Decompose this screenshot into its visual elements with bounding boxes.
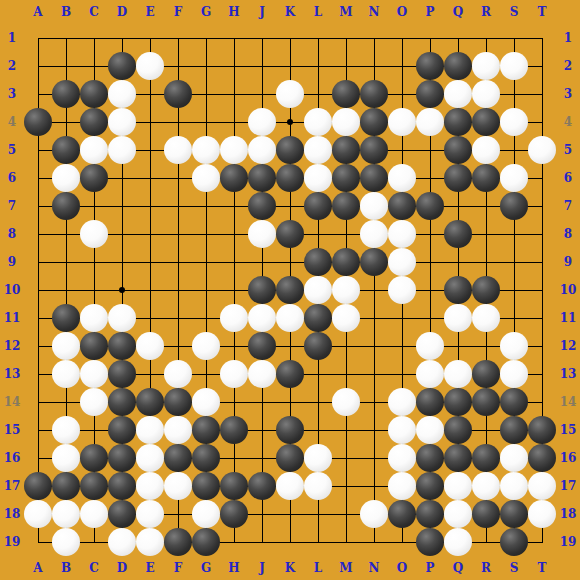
white-stone-M11[interactable] [332, 304, 360, 332]
black-stone-B17[interactable] [52, 472, 80, 500]
black-stone-B11[interactable] [52, 304, 80, 332]
white-stone-O10[interactable] [388, 276, 416, 304]
row-label-right: 12 [560, 340, 577, 352]
row-label-left: 6 [8, 172, 16, 184]
column-label-bottom: R [481, 562, 491, 574]
black-stone-N6[interactable] [360, 164, 388, 192]
column-label-bottom: P [425, 562, 434, 574]
black-stone-P2[interactable] [416, 52, 444, 80]
white-stone-S17[interactable] [500, 472, 528, 500]
row-label-right: 2 [564, 60, 572, 72]
white-stone-G6[interactable] [192, 164, 220, 192]
black-stone-T16[interactable] [528, 444, 556, 472]
column-label-bottom: A [33, 562, 42, 574]
column-label-top: F [174, 6, 183, 18]
row-label-left: 10 [4, 284, 21, 296]
white-stone-J13[interactable] [248, 360, 276, 388]
black-stone-G19[interactable] [192, 528, 220, 556]
white-stone-L6[interactable] [304, 164, 332, 192]
white-stone-E12[interactable] [136, 332, 164, 360]
column-label-top: A [33, 6, 42, 18]
white-stone-O8[interactable] [388, 220, 416, 248]
white-stone-O6[interactable] [388, 164, 416, 192]
black-stone-B5[interactable] [52, 136, 80, 164]
column-label-bottom: J [259, 562, 265, 574]
white-stone-S4[interactable] [500, 108, 528, 136]
black-stone-H18[interactable] [220, 500, 248, 528]
column-label-top: O [397, 6, 407, 18]
black-stone-G16[interactable] [192, 444, 220, 472]
white-stone-M10[interactable] [332, 276, 360, 304]
column-label-top: G [201, 6, 211, 18]
column-label-top: L [314, 6, 322, 18]
white-stone-O17[interactable] [388, 472, 416, 500]
white-stone-C5[interactable] [80, 136, 108, 164]
white-stone-S12[interactable] [500, 332, 528, 360]
white-stone-C14[interactable] [80, 388, 108, 416]
white-stone-C8[interactable] [80, 220, 108, 248]
column-label-bottom: T [538, 562, 547, 574]
row-label-left: 1 [8, 32, 16, 44]
black-stone-G15[interactable] [192, 416, 220, 444]
black-stone-J17[interactable] [248, 472, 276, 500]
white-stone-J5[interactable] [248, 136, 276, 164]
black-stone-G17[interactable] [192, 472, 220, 500]
white-stone-E17[interactable] [136, 472, 164, 500]
white-stone-O9[interactable] [388, 248, 416, 276]
white-stone-G12[interactable] [192, 332, 220, 360]
black-stone-N9[interactable] [360, 248, 388, 276]
white-stone-L16[interactable] [304, 444, 332, 472]
row-label-left: 7 [8, 200, 16, 212]
black-stone-C17[interactable] [80, 472, 108, 500]
black-stone-Q16[interactable] [444, 444, 472, 472]
black-stone-C4[interactable] [80, 108, 108, 136]
black-stone-O18[interactable] [388, 500, 416, 528]
black-stone-P16[interactable] [416, 444, 444, 472]
black-stone-M7[interactable] [332, 192, 360, 220]
black-stone-D14[interactable] [108, 388, 136, 416]
black-stone-F3[interactable] [164, 80, 192, 108]
white-stone-H11[interactable] [220, 304, 248, 332]
row-label-right: 4 [564, 116, 572, 128]
black-stone-K10[interactable] [276, 276, 304, 304]
white-stone-Q3[interactable] [444, 80, 472, 108]
black-stone-Q2[interactable] [444, 52, 472, 80]
black-stone-H17[interactable] [220, 472, 248, 500]
black-stone-C6[interactable] [80, 164, 108, 192]
row-label-left: 18 [4, 508, 21, 520]
black-stone-J6[interactable] [248, 164, 276, 192]
white-stone-A18[interactable] [24, 500, 52, 528]
column-label-bottom: O [397, 562, 407, 574]
black-stone-R6[interactable] [472, 164, 500, 192]
black-stone-B7[interactable] [52, 192, 80, 220]
black-stone-F14[interactable] [164, 388, 192, 416]
white-stone-K11[interactable] [276, 304, 304, 332]
row-label-right: 13 [560, 368, 577, 380]
black-stone-P7[interactable] [416, 192, 444, 220]
white-stone-M14[interactable] [332, 388, 360, 416]
black-stone-D15[interactable] [108, 416, 136, 444]
white-stone-Q13[interactable] [444, 360, 472, 388]
black-stone-J7[interactable] [248, 192, 276, 220]
column-label-bottom: L [314, 562, 322, 574]
black-stone-R14[interactable] [472, 388, 500, 416]
black-stone-D17[interactable] [108, 472, 136, 500]
black-stone-L12[interactable] [304, 332, 332, 360]
white-stone-K3[interactable] [276, 80, 304, 108]
white-stone-L5[interactable] [304, 136, 332, 164]
white-stone-T5[interactable] [528, 136, 556, 164]
white-stone-S13[interactable] [500, 360, 528, 388]
row-label-left: 8 [8, 228, 16, 240]
white-stone-Q19[interactable] [444, 528, 472, 556]
white-stone-E19[interactable] [136, 528, 164, 556]
column-label-bottom: S [510, 562, 519, 574]
black-stone-N5[interactable] [360, 136, 388, 164]
white-stone-R3[interactable] [472, 80, 500, 108]
row-label-right: 9 [564, 256, 572, 268]
white-stone-B6[interactable] [52, 164, 80, 192]
column-label-bottom: Q [453, 562, 463, 574]
black-stone-A4[interactable] [24, 108, 52, 136]
black-stone-C16[interactable] [80, 444, 108, 472]
white-stone-H5[interactable] [220, 136, 248, 164]
white-stone-J8[interactable] [248, 220, 276, 248]
black-stone-Q15[interactable] [444, 416, 472, 444]
column-label-bottom: D [117, 562, 127, 574]
star-point [287, 119, 293, 125]
column-label-top: H [228, 6, 239, 18]
column-label-bottom: F [174, 562, 183, 574]
white-stone-P15[interactable] [416, 416, 444, 444]
black-stone-Q8[interactable] [444, 220, 472, 248]
white-stone-J11[interactable] [248, 304, 276, 332]
column-label-top: J [259, 6, 265, 18]
white-stone-N7[interactable] [360, 192, 388, 220]
black-stone-P14[interactable] [416, 388, 444, 416]
black-stone-L7[interactable] [304, 192, 332, 220]
black-stone-M5[interactable] [332, 136, 360, 164]
black-stone-H6[interactable] [220, 164, 248, 192]
black-stone-Q10[interactable] [444, 276, 472, 304]
column-label-top: S [510, 6, 519, 18]
black-stone-C12[interactable] [80, 332, 108, 360]
white-stone-G18[interactable] [192, 500, 220, 528]
white-stone-P4[interactable] [416, 108, 444, 136]
black-stone-S7[interactable] [500, 192, 528, 220]
black-stone-K16[interactable] [276, 444, 304, 472]
row-label-right: 10 [560, 284, 577, 296]
column-label-bottom: H [228, 562, 239, 574]
white-stone-C11[interactable] [80, 304, 108, 332]
column-label-top: P [425, 6, 434, 18]
row-label-left: 12 [4, 340, 21, 352]
row-label-left: 5 [8, 144, 16, 156]
white-stone-L17[interactable] [304, 472, 332, 500]
white-stone-R11[interactable] [472, 304, 500, 332]
white-stone-D4[interactable] [108, 108, 136, 136]
white-stone-E18[interactable] [136, 500, 164, 528]
black-stone-R18[interactable] [472, 500, 500, 528]
row-label-right: 8 [564, 228, 572, 240]
white-stone-Q11[interactable] [444, 304, 472, 332]
column-label-top: M [339, 6, 352, 18]
white-stone-G14[interactable] [192, 388, 220, 416]
black-stone-R4[interactable] [472, 108, 500, 136]
column-label-top: E [145, 6, 154, 18]
star-point [119, 287, 125, 293]
black-stone-C3[interactable] [80, 80, 108, 108]
black-stone-D12[interactable] [108, 332, 136, 360]
white-stone-M4[interactable] [332, 108, 360, 136]
white-stone-S16[interactable] [500, 444, 528, 472]
white-stone-P12[interactable] [416, 332, 444, 360]
column-label-top: C [89, 6, 99, 18]
row-label-left: 14 [4, 396, 21, 408]
white-stone-N8[interactable] [360, 220, 388, 248]
black-stone-Q6[interactable] [444, 164, 472, 192]
black-stone-K6[interactable] [276, 164, 304, 192]
black-stone-S19[interactable] [500, 528, 528, 556]
white-stone-B13[interactable] [52, 360, 80, 388]
black-stone-M6[interactable] [332, 164, 360, 192]
row-label-right: 19 [560, 536, 577, 548]
white-stone-J4[interactable] [248, 108, 276, 136]
row-label-right: 7 [564, 200, 572, 212]
white-stone-L4[interactable] [304, 108, 332, 136]
black-stone-S18[interactable] [500, 500, 528, 528]
column-label-top: T [538, 6, 547, 18]
row-label-left: 4 [8, 116, 16, 128]
row-label-right: 6 [564, 172, 572, 184]
black-stone-S15[interactable] [500, 416, 528, 444]
white-stone-F13[interactable] [164, 360, 192, 388]
white-stone-B18[interactable] [52, 500, 80, 528]
black-stone-R13[interactable] [472, 360, 500, 388]
row-label-left: 16 [4, 452, 21, 464]
column-label-bottom: E [145, 562, 154, 574]
white-stone-S6[interactable] [500, 164, 528, 192]
row-label-right: 1 [564, 32, 572, 44]
column-label-bottom: M [339, 562, 352, 574]
row-label-left: 9 [8, 256, 16, 268]
white-stone-C18[interactable] [80, 500, 108, 528]
white-stone-O4[interactable] [388, 108, 416, 136]
black-stone-O7[interactable] [388, 192, 416, 220]
go-board[interactable]: AABBCCDDEEFFGGHHJJKKLLMMNNOOPPQQRRSSTT11… [0, 0, 580, 580]
white-stone-T17[interactable] [528, 472, 556, 500]
row-label-left: 2 [8, 60, 16, 72]
black-stone-Q4[interactable] [444, 108, 472, 136]
white-stone-R17[interactable] [472, 472, 500, 500]
black-stone-K8[interactable] [276, 220, 304, 248]
black-stone-A17[interactable] [24, 472, 52, 500]
black-stone-J10[interactable] [248, 276, 276, 304]
black-stone-P17[interactable] [416, 472, 444, 500]
black-stone-K5[interactable] [276, 136, 304, 164]
black-stone-D18[interactable] [108, 500, 136, 528]
white-stone-B15[interactable] [52, 416, 80, 444]
column-label-bottom: B [61, 562, 71, 574]
row-label-left: 13 [4, 368, 21, 380]
white-stone-L10[interactable] [304, 276, 332, 304]
white-stone-O16[interactable] [388, 444, 416, 472]
black-stone-K13[interactable] [276, 360, 304, 388]
row-label-right: 16 [560, 452, 577, 464]
white-stone-P13[interactable] [416, 360, 444, 388]
white-stone-R5[interactable] [472, 136, 500, 164]
row-label-left: 11 [4, 312, 21, 324]
white-stone-E16[interactable] [136, 444, 164, 472]
black-stone-B3[interactable] [52, 80, 80, 108]
white-stone-B19[interactable] [52, 528, 80, 556]
white-stone-G5[interactable] [192, 136, 220, 164]
black-stone-J12[interactable] [248, 332, 276, 360]
white-stone-Q18[interactable] [444, 500, 472, 528]
row-label-left: 17 [4, 480, 21, 492]
black-stone-D2[interactable] [108, 52, 136, 80]
row-label-right: 18 [560, 508, 577, 520]
white-stone-F15[interactable] [164, 416, 192, 444]
row-label-right: 5 [564, 144, 572, 156]
black-stone-L9[interactable] [304, 248, 332, 276]
black-stone-F16[interactable] [164, 444, 192, 472]
white-stone-F17[interactable] [164, 472, 192, 500]
column-label-bottom: G [201, 562, 211, 574]
row-label-right: 11 [560, 312, 577, 324]
black-stone-F19[interactable] [164, 528, 192, 556]
column-label-bottom: K [285, 562, 295, 574]
row-label-right: 17 [560, 480, 577, 492]
black-stone-E14[interactable] [136, 388, 164, 416]
black-stone-T15[interactable] [528, 416, 556, 444]
row-label-right: 15 [560, 424, 577, 436]
column-label-top: K [285, 6, 295, 18]
black-stone-M9[interactable] [332, 248, 360, 276]
white-stone-D3[interactable] [108, 80, 136, 108]
white-stone-D19[interactable] [108, 528, 136, 556]
white-stone-E15[interactable] [136, 416, 164, 444]
black-stone-R16[interactable] [472, 444, 500, 472]
white-stone-E2[interactable] [136, 52, 164, 80]
white-stone-S2[interactable] [500, 52, 528, 80]
row-label-left: 3 [8, 88, 16, 100]
row-label-left: 15 [4, 424, 21, 436]
black-stone-K15[interactable] [276, 416, 304, 444]
white-stone-Q17[interactable] [444, 472, 472, 500]
black-stone-D16[interactable] [108, 444, 136, 472]
column-label-bottom: C [89, 562, 99, 574]
column-label-top: Q [453, 6, 463, 18]
white-stone-T18[interactable] [528, 500, 556, 528]
white-stone-H13[interactable] [220, 360, 248, 388]
black-stone-M3[interactable] [332, 80, 360, 108]
white-stone-F5[interactable] [164, 136, 192, 164]
black-stone-P3[interactable] [416, 80, 444, 108]
black-stone-N4[interactable] [360, 108, 388, 136]
white-stone-O14[interactable] [388, 388, 416, 416]
column-label-top: R [481, 6, 491, 18]
white-stone-N18[interactable] [360, 500, 388, 528]
black-stone-S14[interactable] [500, 388, 528, 416]
white-stone-D5[interactable] [108, 136, 136, 164]
black-stone-P19[interactable] [416, 528, 444, 556]
black-stone-N3[interactable] [360, 80, 388, 108]
row-label-left: 19 [4, 536, 21, 548]
black-stone-H15[interactable] [220, 416, 248, 444]
black-stone-Q14[interactable] [444, 388, 472, 416]
white-stone-D11[interactable] [108, 304, 136, 332]
black-stone-D13[interactable] [108, 360, 136, 388]
white-stone-C13[interactable] [80, 360, 108, 388]
white-stone-B16[interactable] [52, 444, 80, 472]
white-stone-B12[interactable] [52, 332, 80, 360]
column-label-bottom: N [369, 562, 380, 574]
row-label-right: 14 [560, 396, 577, 408]
column-label-top: B [61, 6, 71, 18]
white-stone-R2[interactable] [472, 52, 500, 80]
black-stone-L11[interactable] [304, 304, 332, 332]
black-stone-R10[interactable] [472, 276, 500, 304]
black-stone-P18[interactable] [416, 500, 444, 528]
column-label-top: N [369, 6, 380, 18]
white-stone-K17[interactable] [276, 472, 304, 500]
column-label-top: D [117, 6, 127, 18]
black-stone-Q5[interactable] [444, 136, 472, 164]
white-stone-O15[interactable] [388, 416, 416, 444]
row-label-right: 3 [564, 88, 572, 100]
